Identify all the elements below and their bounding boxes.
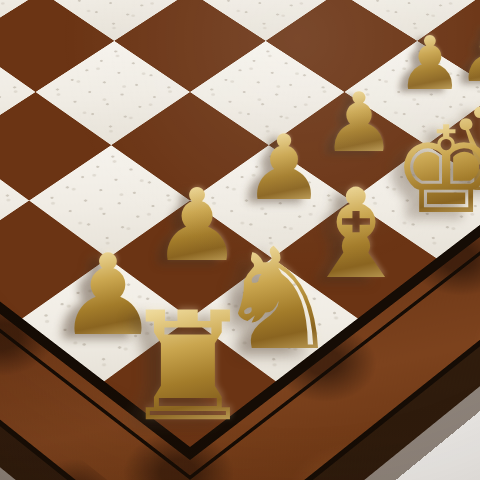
pieces-layer: ♜♞♝♚♛♟♟♟♟♟♟ — [0, 0, 480, 480]
white-rook-h1[interactable]: ♜ — [121, 292, 255, 442]
white-pawn-e2[interactable]: ♟ — [322, 82, 396, 164]
chess-photo-scene: ♜♞♝♚♛♟♟♟♟♟♟ — [0, 0, 480, 480]
